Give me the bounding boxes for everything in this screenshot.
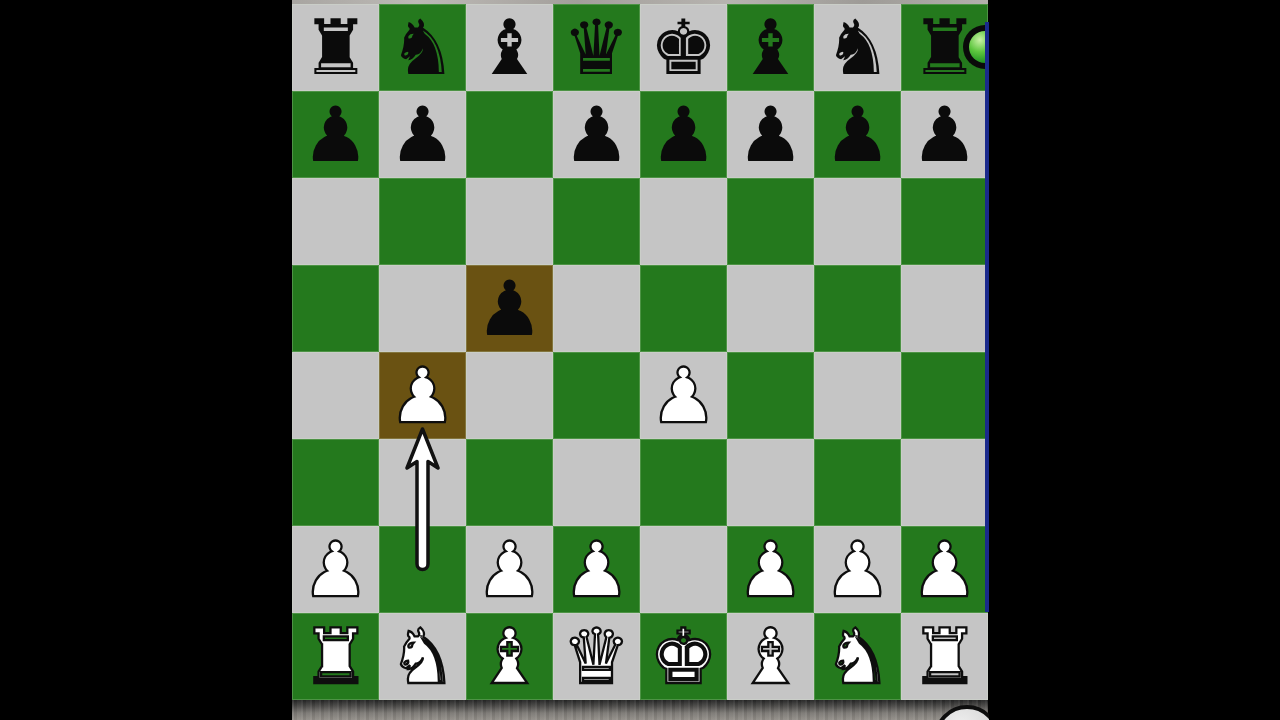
piece-black-pawn[interactable]: ♟ (736, 97, 804, 173)
square-a1[interactable]: ♜ (292, 613, 379, 700)
square-d3[interactable] (553, 439, 640, 526)
piece-black-rook[interactable]: ♜ (301, 10, 369, 86)
square-c6[interactable] (466, 178, 553, 265)
square-c1[interactable]: ♝ (466, 613, 553, 700)
piece-white-pawn[interactable]: ♟ (823, 532, 891, 608)
square-b5[interactable] (379, 265, 466, 352)
square-f5[interactable] (727, 265, 814, 352)
piece-black-knight[interactable]: ♞ (823, 10, 891, 86)
piece-black-queen[interactable]: ♛ (562, 10, 630, 86)
square-h5[interactable] (901, 265, 988, 352)
piece-black-pawn[interactable]: ♟ (649, 97, 717, 173)
square-e7[interactable]: ♟ (640, 91, 727, 178)
square-h3[interactable] (901, 439, 988, 526)
square-e5[interactable] (640, 265, 727, 352)
square-b2[interactable] (379, 526, 466, 613)
square-h2[interactable]: ♟ (901, 526, 988, 613)
piece-white-pawn[interactable]: ♟ (301, 532, 369, 608)
square-g4[interactable] (814, 352, 901, 439)
square-d6[interactable] (553, 178, 640, 265)
square-d1[interactable]: ♛ (553, 613, 640, 700)
piece-black-bishop[interactable]: ♝ (736, 10, 804, 86)
chess-board[interactable]: ♜♞♝♛♚♝♞♜♟♟♟♟♟♟♟♟♟♟♟♟♟♟♟♟♜♞♝♛♚♝♞♜ (292, 4, 988, 700)
square-g2[interactable]: ♟ (814, 526, 901, 613)
square-e1[interactable]: ♚ (640, 613, 727, 700)
square-e8[interactable]: ♚ (640, 4, 727, 91)
square-g7[interactable]: ♟ (814, 91, 901, 178)
square-b6[interactable] (379, 178, 466, 265)
board-area: ♜♞♝♛♚♝♞♜♟♟♟♟♟♟♟♟♟♟♟♟♟♟♟♟♜♞♝♛♚♝♞♜ (292, 0, 988, 720)
piece-white-pawn[interactable]: ♟ (910, 532, 978, 608)
square-a5[interactable] (292, 265, 379, 352)
square-h1[interactable]: ♜ (901, 613, 988, 700)
square-f8[interactable]: ♝ (727, 4, 814, 91)
piece-black-pawn[interactable]: ♟ (562, 97, 630, 173)
piece-white-pawn[interactable]: ♟ (649, 358, 717, 434)
square-c2[interactable]: ♟ (466, 526, 553, 613)
square-c3[interactable] (466, 439, 553, 526)
piece-white-king[interactable]: ♚ (649, 619, 717, 695)
piece-white-rook[interactable]: ♜ (910, 619, 978, 695)
square-e3[interactable] (640, 439, 727, 526)
square-g6[interactable] (814, 178, 901, 265)
square-e2[interactable] (640, 526, 727, 613)
square-f7[interactable]: ♟ (727, 91, 814, 178)
piece-white-knight[interactable]: ♞ (823, 619, 891, 695)
left-black-bar (0, 0, 292, 720)
piece-white-pawn[interactable]: ♟ (562, 532, 630, 608)
piece-white-queen[interactable]: ♛ (562, 619, 630, 695)
piece-black-knight[interactable]: ♞ (388, 10, 456, 86)
piece-white-bishop[interactable]: ♝ (736, 619, 804, 695)
piece-white-pawn[interactable]: ♟ (388, 358, 456, 434)
square-d4[interactable] (553, 352, 640, 439)
piece-white-bishop[interactable]: ♝ (475, 619, 543, 695)
piece-black-pawn[interactable]: ♟ (301, 97, 369, 173)
right-black-bar (989, 0, 1280, 720)
piece-white-knight[interactable]: ♞ (388, 619, 456, 695)
square-e6[interactable] (640, 178, 727, 265)
square-c7[interactable] (466, 91, 553, 178)
granite-strip-bottom (292, 700, 988, 720)
square-g1[interactable]: ♞ (814, 613, 901, 700)
square-g8[interactable]: ♞ (814, 4, 901, 91)
piece-black-pawn[interactable]: ♟ (823, 97, 891, 173)
chess-app-screen: ♜♞♝♛♚♝♞♜♟♟♟♟♟♟♟♟♟♟♟♟♟♟♟♟♜♞♝♛♚♝♞♜ (0, 0, 1280, 720)
piece-black-pawn[interactable]: ♟ (475, 271, 543, 347)
piece-black-pawn[interactable]: ♟ (388, 97, 456, 173)
square-a8[interactable]: ♜ (292, 4, 379, 91)
square-g5[interactable] (814, 265, 901, 352)
piece-black-king[interactable]: ♚ (649, 10, 717, 86)
square-f6[interactable] (727, 178, 814, 265)
square-c4[interactable] (466, 352, 553, 439)
square-f2[interactable]: ♟ (727, 526, 814, 613)
piece-white-pawn[interactable]: ♟ (736, 532, 804, 608)
square-e4[interactable]: ♟ (640, 352, 727, 439)
square-b4[interactable]: ♟ (379, 352, 466, 439)
square-h7[interactable]: ♟ (901, 91, 988, 178)
square-d2[interactable]: ♟ (553, 526, 640, 613)
square-a3[interactable] (292, 439, 379, 526)
square-f3[interactable] (727, 439, 814, 526)
square-b7[interactable]: ♟ (379, 91, 466, 178)
square-a2[interactable]: ♟ (292, 526, 379, 613)
square-c8[interactable]: ♝ (466, 4, 553, 91)
square-b8[interactable]: ♞ (379, 4, 466, 91)
square-d8[interactable]: ♛ (553, 4, 640, 91)
square-d7[interactable]: ♟ (553, 91, 640, 178)
square-h4[interactable] (901, 352, 988, 439)
piece-black-bishop[interactable]: ♝ (475, 10, 543, 86)
square-h6[interactable] (901, 178, 988, 265)
square-b1[interactable]: ♞ (379, 613, 466, 700)
square-a7[interactable]: ♟ (292, 91, 379, 178)
piece-black-pawn[interactable]: ♟ (910, 97, 978, 173)
square-c5[interactable]: ♟ (466, 265, 553, 352)
square-g3[interactable] (814, 439, 901, 526)
square-a4[interactable] (292, 352, 379, 439)
piece-white-pawn[interactable]: ♟ (475, 532, 543, 608)
square-d5[interactable] (553, 265, 640, 352)
square-f4[interactable] (727, 352, 814, 439)
square-b3[interactable] (379, 439, 466, 526)
piece-white-rook[interactable]: ♜ (301, 619, 369, 695)
square-f1[interactable]: ♝ (727, 613, 814, 700)
square-a6[interactable] (292, 178, 379, 265)
